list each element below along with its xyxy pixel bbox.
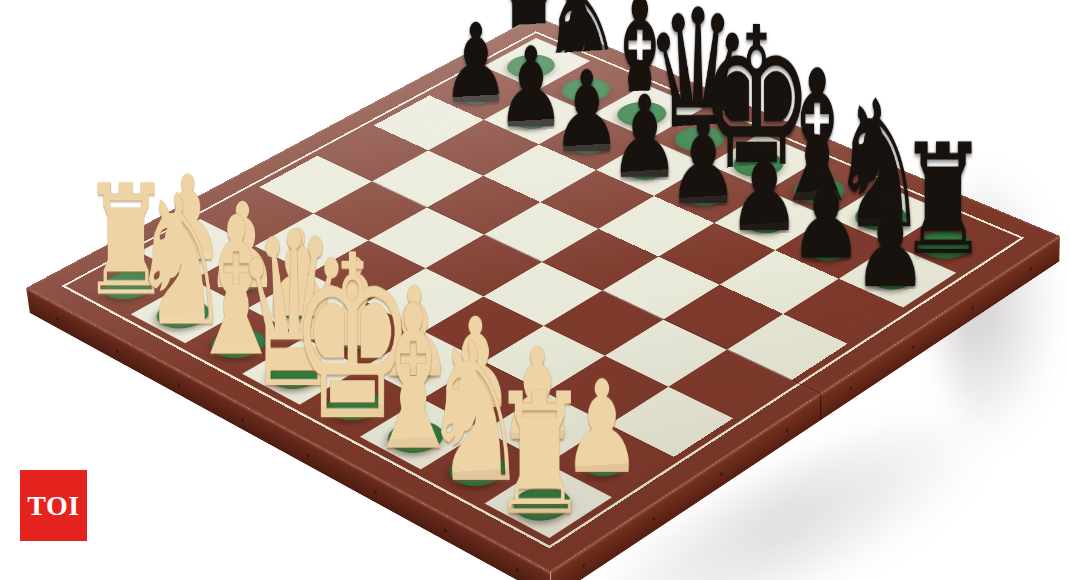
- felt-base: [146, 294, 220, 334]
- felt-base: [201, 323, 276, 364]
- toi-watermark-badge: TOI: [20, 470, 87, 541]
- felt-base: [678, 182, 733, 210]
- felt-base: [562, 131, 616, 158]
- felt-base: [510, 414, 571, 448]
- felt-base: [316, 383, 393, 427]
- felt-base: [498, 50, 565, 83]
- felt-base: [376, 415, 455, 460]
- chess-board: ♜♞♝♛♚♝♞♜♟♟♟♟♟♟♟♟♟♟♟♟♟♟♟♟♜♞♝♛♚♝♞♜: [26, 16, 1060, 572]
- felt-base: [552, 73, 620, 107]
- felt-base: [452, 82, 504, 108]
- board-frame: ♜♞♝♛♚♝♞♜♟♟♟♟♟♟♟♟♟♟♟♟♟♟♟♟♜♞♝♛♚♝♞♜: [26, 16, 1060, 572]
- toi-watermark-text: TOI: [27, 490, 79, 522]
- felt-base: [574, 446, 635, 481]
- felt-base: [738, 208, 794, 237]
- felt-base: [388, 351, 447, 384]
- felt-base: [501, 480, 582, 527]
- felt-base: [92, 266, 165, 305]
- piece-black-rook-h8: ♜: [892, 211, 1009, 272]
- product-photo-stage: ♜♞♝♛♚♝♞♜♟♟♟♟♟♟♟♟♟♟♟♟♟♟♟♟♜♞♝♛♚♝♞♜ TOI: [0, 0, 1069, 580]
- felt-base: [863, 263, 920, 294]
- square-h8: ♜: [892, 211, 1009, 272]
- felt-base: [438, 447, 518, 493]
- felt-base: [723, 146, 794, 182]
- felt-base: [163, 237, 219, 266]
- board-grid: ♜♞♝♛♚♝♞♜♟♟♟♟♟♟♟♟♟♟♟♟♟♟♟♟♜♞♝♛♚♝♞♜: [77, 38, 1009, 538]
- felt-base: [272, 293, 329, 324]
- fold-hinge-gap-side: [820, 393, 822, 420]
- felt-base: [258, 353, 334, 395]
- felt-base: [217, 264, 273, 294]
- felt-base: [619, 156, 673, 184]
- felt-base: [506, 106, 559, 132]
- frame-pinstripe: ♜♞♝♛♚♝♞♜♟♟♟♟♟♟♟♟♟♟♟♟♟♟♟♟♜♞♝♛♚♝♞♜: [61, 31, 1024, 548]
- felt-base: [329, 322, 387, 354]
- felt-base: [800, 235, 857, 265]
- felt-base: [448, 382, 508, 415]
